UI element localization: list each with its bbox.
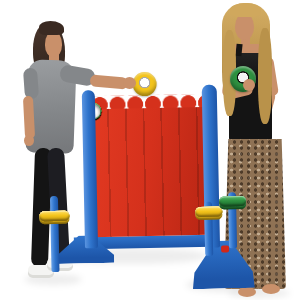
right-player-hand [243,79,255,91]
left-player-hand [24,135,34,146]
logo-sticker [221,245,229,252]
yellow-ring [39,211,69,222]
right-yellow-ring-stack [195,209,222,210]
yellow-ring [195,207,222,218]
left-ring-pole [50,196,60,272]
left-player-hand [123,77,136,89]
left-yellow-ring-stack [39,214,69,215]
left-player-sleeve [23,68,39,100]
right-green-ring-stack [219,199,246,200]
connect-four-set [0,0,300,300]
product-photo-stage [0,0,300,300]
green-ring [219,196,246,207]
yellow-disc-on-top [132,72,156,96]
left-player-hair-fringe [39,21,64,35]
